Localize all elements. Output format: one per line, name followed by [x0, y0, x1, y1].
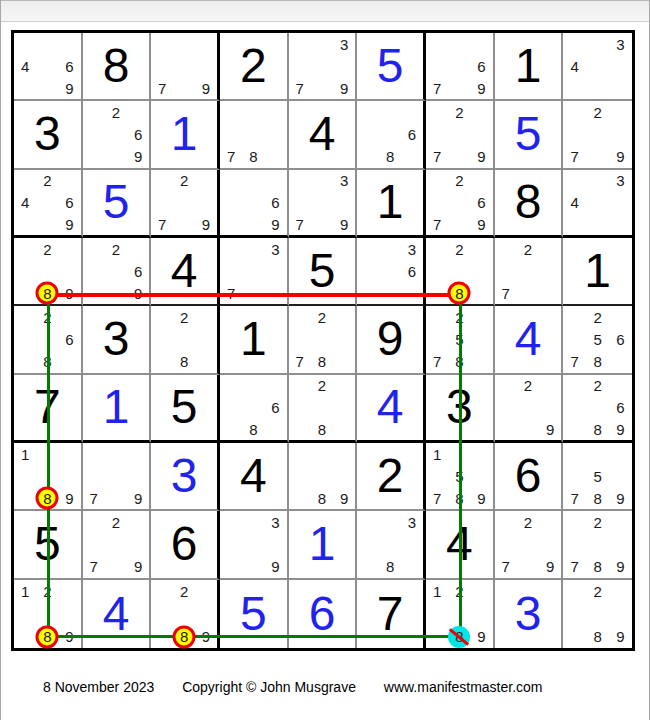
cell-r2c2[interactable]: 269 [83, 101, 152, 169]
cell-r1c4[interactable]: 2 [220, 33, 289, 101]
cell-r3c6[interactable]: 1 [357, 170, 426, 238]
candidate-9: 9 [127, 487, 149, 509]
cell-r3c1[interactable]: 2469 [14, 170, 83, 238]
candidate-2: 2 [586, 511, 609, 533]
candidate-8-yellow-circle: 8 [36, 625, 58, 648]
candidate-6: 6 [58, 55, 80, 77]
candidate-5: 5 [586, 465, 609, 487]
candidate-2: 2 [105, 101, 127, 123]
candidate-7: 7 [151, 213, 173, 235]
sudoku-grid: 4698792379567913432691784682795279246952… [11, 30, 635, 651]
candidate-2: 2 [517, 238, 539, 260]
candidate-8: 8 [586, 351, 609, 373]
footer-date: 8 November 2023 [43, 679, 154, 695]
cell-r5c2[interactable]: 3 [83, 306, 152, 374]
given-digit: 4 [309, 110, 336, 158]
candidate-2: 2 [105, 511, 127, 533]
candidate-2: 2 [586, 306, 609, 328]
candidate-7: 7 [220, 146, 242, 168]
candidate-6: 6 [470, 55, 492, 77]
candidate-2: 2 [517, 511, 539, 533]
candidate-7: 7 [563, 487, 586, 509]
cell-r9c9[interactable]: 289 [563, 580, 632, 648]
candidate-7: 7 [151, 77, 173, 99]
solved-digit: 6 [309, 590, 336, 638]
candidate-8-yellow-circle: 8 [36, 487, 58, 509]
solved-digit: 5 [377, 42, 404, 90]
candidate-2: 2 [36, 238, 58, 260]
candidate-9: 9 [58, 213, 80, 235]
candidate-7: 7 [83, 556, 105, 578]
cell-r7c6[interactable]: 2 [357, 443, 426, 511]
candidate-2: 2 [311, 375, 333, 397]
candidate-3: 3 [333, 33, 355, 55]
cell-r2c9[interactable]: 279 [563, 101, 632, 169]
cell-r4c9[interactable]: 1 [563, 238, 632, 306]
candidate-1: 1 [14, 580, 36, 603]
candidate-1: 1 [426, 580, 448, 603]
candidate-6: 6 [58, 191, 80, 213]
cell-r6c6[interactable]: 4 [357, 375, 426, 443]
solved-digit: 4 [515, 315, 542, 363]
candidate-2: 2 [173, 580, 195, 603]
cell-r8c3[interactable]: 6 [151, 511, 220, 579]
chain-line-green [47, 295, 50, 637]
candidate-9: 9 [609, 556, 632, 578]
candidate-7: 7 [83, 487, 105, 509]
cell-r6c2[interactable]: 1 [83, 375, 152, 443]
cell-r6c4[interactable]: 68 [220, 375, 289, 443]
cell-r5c5[interactable]: 278 [289, 306, 358, 374]
candidate-7: 7 [563, 146, 586, 168]
solved-digit: 1 [171, 110, 198, 158]
candidate-3: 3 [609, 33, 632, 55]
candidate-8: 8 [586, 625, 609, 648]
candidate-7: 7 [426, 77, 448, 99]
candidate-2: 2 [586, 580, 609, 603]
candidate-6: 6 [264, 396, 286, 418]
cell-r7c5[interactable]: 89 [289, 443, 358, 511]
candidate-9: 9 [539, 418, 561, 440]
cell-r3c7[interactable]: 2679 [426, 170, 495, 238]
candidate-9: 9 [264, 213, 286, 235]
candidate-7: 7 [289, 213, 311, 235]
candidate-7: 7 [426, 487, 448, 509]
cell-r3c2[interactable]: 5 [83, 170, 152, 238]
cell-r7c4[interactable]: 4 [220, 443, 289, 511]
given-digit: 1 [515, 42, 542, 90]
candidate-6: 6 [609, 328, 632, 350]
candidate-2: 2 [586, 101, 609, 123]
given-digit: 8 [103, 42, 130, 90]
candidate-5: 5 [586, 328, 609, 350]
candidate-7: 7 [289, 77, 311, 99]
candidate-9: 9 [609, 418, 632, 440]
candidate-6: 6 [127, 260, 149, 282]
cell-r8c8[interactable]: 279 [495, 511, 564, 579]
cell-r3c8[interactable]: 8 [495, 170, 564, 238]
candidate-7: 7 [563, 351, 586, 373]
cell-r8c2[interactable]: 279 [83, 511, 152, 579]
candidate-9: 9 [470, 487, 492, 509]
candidate-9: 9 [333, 77, 355, 99]
candidate-7: 7 [426, 146, 448, 168]
candidate-3: 3 [401, 238, 423, 260]
given-digit: 7 [377, 590, 404, 638]
candidate-2: 2 [586, 375, 609, 397]
cell-r7c8[interactable]: 6 [495, 443, 564, 511]
candidate-3: 3 [264, 238, 286, 260]
candidate-2: 2 [311, 306, 333, 328]
candidate-9: 9 [333, 487, 355, 509]
candidate-2: 2 [105, 238, 127, 260]
chain-line-green [48, 635, 460, 638]
cell-r2c7[interactable]: 279 [426, 101, 495, 169]
given-digit: 1 [377, 178, 404, 226]
candidate-2: 2 [173, 306, 195, 328]
given-digit: 1 [584, 247, 611, 295]
cell-r2c3[interactable]: 1 [151, 101, 220, 169]
window: 4698792379567913432691784682795279246952… [0, 0, 650, 720]
candidate-2: 2 [448, 170, 470, 192]
cell-r2c8[interactable]: 5 [495, 101, 564, 169]
candidate-2: 2 [448, 101, 470, 123]
candidate-9: 9 [127, 556, 149, 578]
chain-line-red [48, 293, 460, 297]
given-digit: 6 [515, 452, 542, 500]
candidate-2: 2 [173, 170, 195, 192]
cell-r1c2[interactable]: 8 [83, 33, 152, 101]
candidate-9: 9 [264, 556, 286, 578]
cell-r8c6[interactable]: 38 [357, 511, 426, 579]
solved-digit: 5 [103, 178, 130, 226]
given-digit: 4 [240, 452, 267, 500]
candidate-9: 9 [195, 213, 217, 235]
candidate-8: 8 [586, 487, 609, 509]
candidate-8: 8 [311, 418, 333, 440]
candidate-9: 9 [470, 213, 492, 235]
candidate-6: 6 [264, 191, 286, 213]
cell-r8c4[interactable]: 39 [220, 511, 289, 579]
candidate-3: 3 [401, 511, 423, 533]
cell-r5c3[interactable]: 28 [151, 306, 220, 374]
candidate-4: 4 [563, 191, 586, 213]
given-digit: 2 [240, 42, 267, 90]
cell-r2c1[interactable]: 3 [14, 101, 83, 169]
candidate-9: 9 [58, 487, 80, 509]
candidate-1: 1 [14, 443, 36, 465]
candidate-6: 6 [609, 396, 632, 418]
candidate-4: 4 [14, 191, 36, 213]
candidate-6: 6 [127, 123, 149, 145]
cell-r7c2[interactable]: 79 [83, 443, 152, 511]
cell-r3c9[interactable]: 34 [563, 170, 632, 238]
given-digit: 3 [103, 315, 130, 363]
given-digit: 9 [377, 315, 404, 363]
candidate-4: 4 [563, 55, 586, 77]
cell-r2c5[interactable]: 4 [289, 101, 358, 169]
given-digit: 8 [515, 178, 542, 226]
candidate-8: 8 [311, 351, 333, 373]
cell-r6c9[interactable]: 2689 [563, 375, 632, 443]
candidate-9: 9 [58, 77, 80, 99]
candidate-8-yellow-circle: 8 [173, 625, 195, 648]
solved-digit: 4 [103, 590, 130, 638]
given-digit: 2 [377, 452, 404, 500]
cell-r1c7[interactable]: 679 [426, 33, 495, 101]
cell-r9c8[interactable]: 3 [495, 580, 564, 648]
candidate-7: 7 [426, 213, 448, 235]
cell-r1c3[interactable]: 79 [151, 33, 220, 101]
candidate-7: 7 [426, 351, 448, 373]
candidate-9: 9 [195, 77, 217, 99]
solved-digit: 3 [515, 590, 542, 638]
cell-r5c4[interactable]: 1 [220, 306, 289, 374]
candidate-1: 1 [426, 443, 448, 465]
cell-r7c3[interactable]: 3 [151, 443, 220, 511]
candidate-3: 3 [609, 170, 632, 192]
footer-website: www.manifestmaster.com [384, 679, 543, 695]
given-digit: 6 [171, 520, 198, 568]
candidate-2: 2 [36, 170, 58, 192]
cell-r8c9[interactable]: 2789 [563, 511, 632, 579]
solved-digit: 1 [309, 520, 336, 568]
candidate-9: 9 [470, 77, 492, 99]
candidate-3: 3 [264, 511, 286, 533]
cell-r1c5[interactable]: 379 [289, 33, 358, 101]
candidate-7: 7 [495, 282, 517, 304]
candidate-9: 9 [609, 487, 632, 509]
candidate-8: 8 [311, 487, 333, 509]
solved-digit: 5 [240, 590, 267, 638]
given-digit: 4 [171, 247, 198, 295]
cell-r5c6[interactable]: 9 [357, 306, 426, 374]
candidate-9: 9 [333, 213, 355, 235]
chain-line-green [459, 295, 462, 637]
candidate-7: 7 [563, 556, 586, 578]
candidate-3: 3 [333, 170, 355, 192]
candidate-6: 6 [470, 191, 492, 213]
candidate-8: 8 [242, 418, 264, 440]
candidate-9: 9 [127, 146, 149, 168]
given-digit: 1 [240, 315, 267, 363]
candidate-7: 7 [495, 556, 517, 578]
candidate-8: 8 [379, 556, 401, 578]
cell-r6c3[interactable]: 5 [151, 375, 220, 443]
candidate-9: 9 [609, 625, 632, 648]
candidate-9: 9 [609, 146, 632, 168]
candidate-8: 8 [242, 146, 264, 168]
cell-r1c9[interactable]: 34 [563, 33, 632, 101]
candidate-8-yellow-circle: 8 [36, 282, 58, 304]
solved-digit: 3 [171, 452, 198, 500]
candidate-7: 7 [289, 351, 311, 373]
footer-copyright: Copyright © John Musgrave [182, 679, 356, 695]
candidate-6: 6 [401, 260, 423, 282]
cell-r3c5[interactable]: 379 [289, 170, 358, 238]
cell-r2c6[interactable]: 68 [357, 101, 426, 169]
cell-r7c9[interactable]: 5789 [563, 443, 632, 511]
solved-digit: 4 [377, 383, 404, 431]
cell-r5c8[interactable]: 4 [495, 306, 564, 374]
cell-r2c4[interactable]: 78 [220, 101, 289, 169]
candidate-8: 8 [586, 556, 609, 578]
given-digit: 5 [171, 383, 198, 431]
cell-r3c3[interactable]: 279 [151, 170, 220, 238]
cell-r1c8[interactable]: 1 [495, 33, 564, 101]
solved-digit: 5 [515, 110, 542, 158]
given-digit: 3 [34, 110, 61, 158]
candidate-8: 8 [586, 418, 609, 440]
cell-r3c4[interactable]: 69 [220, 170, 289, 238]
candidate-2: 2 [448, 238, 470, 260]
candidate-4: 4 [14, 55, 36, 77]
candidate-9: 9 [470, 625, 492, 648]
candidate-8-yellow-circle: 8 [448, 282, 470, 304]
candidate-8-cyan-eliminated: 8 [448, 625, 470, 648]
candidate-8: 8 [379, 146, 401, 168]
cell-r6c5[interactable]: 28 [289, 375, 358, 443]
given-digit: 5 [309, 247, 336, 295]
candidate-6: 6 [401, 123, 423, 145]
cell-r8c5[interactable]: 1 [289, 511, 358, 579]
cell-r4c8[interactable]: 27 [495, 238, 564, 306]
candidate-6: 6 [58, 328, 80, 350]
cell-r6c8[interactable]: 29 [495, 375, 564, 443]
candidate-9: 9 [539, 556, 561, 578]
title-bar [1, 0, 649, 22]
cell-r5c9[interactable]: 25678 [563, 306, 632, 374]
candidate-2: 2 [517, 375, 539, 397]
solved-digit: 1 [103, 383, 130, 431]
candidate-8: 8 [173, 351, 195, 373]
cell-r1c6[interactable]: 5 [357, 33, 426, 101]
candidate-9: 9 [470, 146, 492, 168]
cell-r1c1[interactable]: 469 [14, 33, 83, 101]
footer: 8 November 2023 Copyright © John Musgrav… [43, 679, 543, 695]
